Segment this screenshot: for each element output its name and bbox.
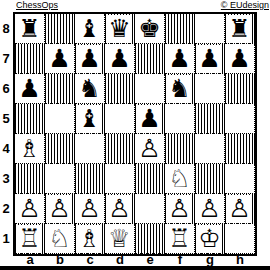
rank-label-1: 1 [0, 224, 12, 254]
piece-white-bishop: ♗ [18, 135, 42, 163]
file-label-f: f [165, 254, 195, 266]
square-d3[interactable] [105, 164, 135, 194]
square-g1[interactable]: ♔ [195, 224, 225, 254]
app-title: ChessOps [16, 0, 58, 10]
square-b4[interactable] [45, 134, 75, 164]
square-b3[interactable] [45, 164, 75, 194]
rank-label-2: 2 [0, 194, 12, 224]
square-c8[interactable]: ♝ [75, 14, 105, 44]
square-f7[interactable]: ♟ [165, 44, 195, 74]
square-c1[interactable]: ♗ [75, 224, 105, 254]
piece-white-pawn: ♙ [228, 195, 252, 223]
piece-white-rook: ♖ [168, 225, 192, 253]
piece-black-pawn: ♟ [168, 45, 192, 73]
square-e5[interactable]: ♟ [135, 104, 165, 134]
piece-black-bishop: ♝ [78, 15, 102, 43]
piece-white-king: ♔ [198, 225, 222, 253]
piece-white-pawn: ♙ [48, 195, 72, 223]
square-a2[interactable]: ♙ [15, 194, 45, 224]
piece-black-rook: ♜ [228, 15, 252, 43]
piece-white-pawn: ♙ [78, 195, 102, 223]
square-h1[interactable] [225, 224, 255, 254]
piece-black-bishop: ♝ [78, 105, 102, 133]
square-g6[interactable] [195, 74, 225, 104]
square-g8[interactable] [195, 14, 225, 44]
square-a8[interactable]: ♜ [15, 14, 45, 44]
square-f2[interactable]: ♙ [165, 194, 195, 224]
file-label-h: h [225, 254, 255, 266]
piece-black-pawn: ♟ [138, 105, 162, 133]
square-a3[interactable] [15, 164, 45, 194]
file-label-e: e [135, 254, 165, 266]
rank-label-3: 3 [0, 164, 12, 194]
square-b8[interactable] [45, 14, 75, 44]
square-h2[interactable]: ♙ [225, 194, 255, 224]
square-e8[interactable]: ♚ [135, 14, 165, 44]
square-d4[interactable] [105, 134, 135, 164]
square-e6[interactable] [135, 74, 165, 104]
rank-label-8: 8 [0, 14, 12, 44]
square-d6[interactable] [105, 74, 135, 104]
square-b1[interactable]: ♘ [45, 224, 75, 254]
rank-label-5: 5 [0, 104, 12, 134]
piece-black-pawn: ♟ [78, 45, 102, 73]
piece-white-rook: ♖ [18, 225, 42, 253]
square-f3[interactable]: ♘ [165, 164, 195, 194]
piece-black-pawn: ♟ [18, 75, 42, 103]
file-label-b: b [45, 254, 75, 266]
file-label-a: a [15, 254, 45, 266]
piece-white-knight: ♘ [168, 165, 192, 193]
file-label-c: c [75, 254, 105, 266]
square-h5[interactable] [225, 104, 255, 134]
piece-black-pawn: ♟ [228, 45, 252, 73]
piece-white-pawn: ♙ [18, 195, 42, 223]
header-bar: ChessOps © EUdesign [0, 0, 270, 11]
piece-white-pawn: ♙ [168, 195, 192, 223]
copyright-label: © EUdesign [221, 0, 269, 10]
square-b6[interactable] [45, 74, 75, 104]
square-h7[interactable]: ♟ [225, 44, 255, 74]
piece-white-knight: ♘ [48, 225, 72, 253]
square-c6[interactable]: ♞ [75, 74, 105, 104]
square-b5[interactable] [45, 104, 75, 134]
piece-black-queen: ♛ [108, 15, 132, 43]
square-f8[interactable] [165, 14, 195, 44]
square-d8[interactable]: ♛ [105, 14, 135, 44]
square-f5[interactable] [165, 104, 195, 134]
square-e1[interactable] [135, 224, 165, 254]
square-f4[interactable] [165, 134, 195, 164]
rank-label-4: 4 [0, 134, 12, 164]
square-d5[interactable] [105, 104, 135, 134]
square-g4[interactable] [195, 134, 225, 164]
piece-white-queen: ♕ [108, 225, 132, 253]
square-d7[interactable]: ♟ [105, 44, 135, 74]
piece-white-bishop: ♗ [78, 225, 102, 253]
square-g2[interactable]: ♙ [195, 194, 225, 224]
piece-black-pawn: ♟ [48, 45, 72, 73]
square-h3[interactable] [225, 164, 255, 194]
square-c5[interactable]: ♝ [75, 104, 105, 134]
square-f1[interactable]: ♖ [165, 224, 195, 254]
piece-black-rook: ♜ [18, 15, 42, 43]
file-label-d: d [105, 254, 135, 266]
square-g7[interactable]: ♟ [195, 44, 225, 74]
square-c7[interactable]: ♟ [75, 44, 105, 74]
piece-black-king: ♚ [138, 15, 162, 43]
square-a5[interactable] [15, 104, 45, 134]
square-a7[interactable] [15, 44, 45, 74]
square-d2[interactable]: ♙ [105, 194, 135, 224]
square-h8[interactable]: ♜ [225, 14, 255, 44]
square-d1[interactable]: ♕ [105, 224, 135, 254]
square-h4[interactable] [225, 134, 255, 164]
square-a1[interactable]: ♖ [15, 224, 45, 254]
square-b7[interactable]: ♟ [45, 44, 75, 74]
piece-white-pawn: ♙ [108, 195, 132, 223]
rank-label-6: 6 [0, 74, 12, 104]
piece-black-knight: ♞ [168, 75, 192, 103]
square-e4[interactable]: ♙ [135, 134, 165, 164]
piece-black-pawn: ♟ [198, 45, 222, 73]
chess-board: ♜♝♛♚♜♟♟♟♟♟♟♟♞♞♝♟♗♙♘♙♙♙♙♙♙♙♖♘♗♕♖♔ [13, 12, 257, 256]
square-c2[interactable]: ♙ [75, 194, 105, 224]
window-bottom-border [0, 266, 270, 270]
square-g5[interactable] [195, 104, 225, 134]
rank-label-7: 7 [0, 44, 12, 74]
square-c4[interactable] [75, 134, 105, 164]
piece-white-pawn: ♙ [198, 195, 222, 223]
square-c3[interactable] [75, 164, 105, 194]
square-g3[interactable] [195, 164, 225, 194]
square-e2[interactable] [135, 194, 165, 224]
square-e3[interactable] [135, 164, 165, 194]
square-e7[interactable] [135, 44, 165, 74]
piece-black-knight: ♞ [78, 75, 102, 103]
piece-white-pawn: ♙ [138, 135, 162, 163]
file-label-g: g [195, 254, 225, 266]
square-f6[interactable]: ♞ [165, 74, 195, 104]
square-a6[interactable]: ♟ [15, 74, 45, 104]
square-h6[interactable] [225, 74, 255, 104]
square-b2[interactable]: ♙ [45, 194, 75, 224]
square-a4[interactable]: ♗ [15, 134, 45, 164]
piece-black-pawn: ♟ [108, 45, 132, 73]
